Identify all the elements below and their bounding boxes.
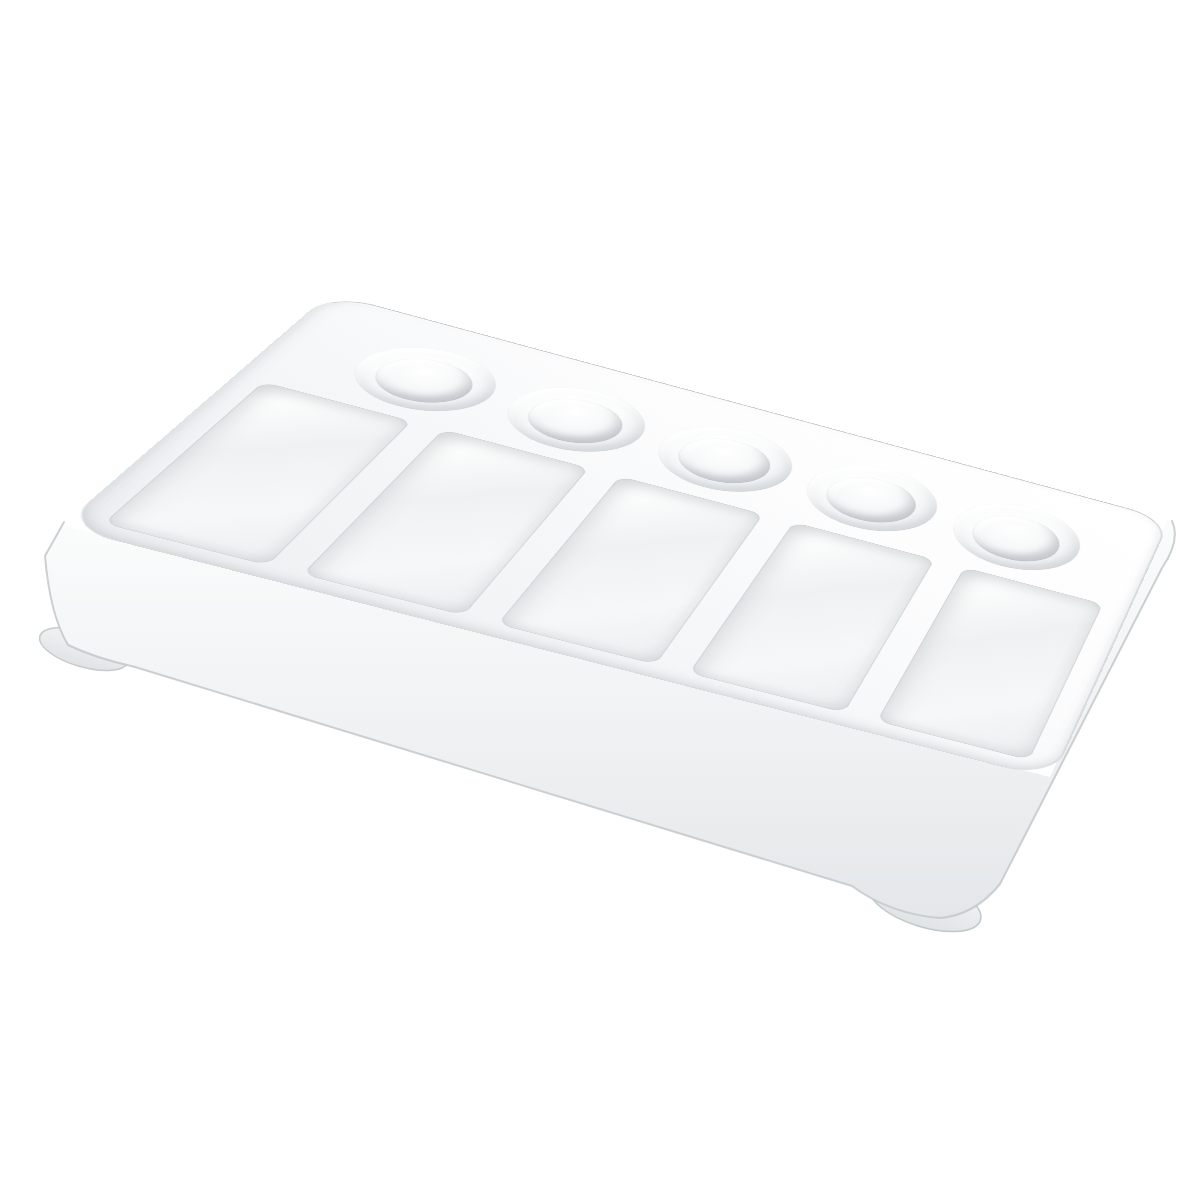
palette-product-photo — [0, 0, 1200, 1200]
round-well-4-bowl — [815, 469, 926, 531]
round-well-1-bowl — [360, 351, 487, 412]
round-well-3-bowl — [666, 430, 782, 491]
round-well-2-bowl — [514, 391, 635, 452]
round-well-5-bowl — [962, 508, 1068, 570]
round-well-5 — [938, 492, 1092, 582]
